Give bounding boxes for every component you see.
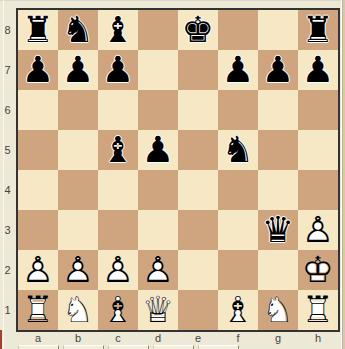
square-b7[interactable]: ♟ <box>58 50 98 90</box>
rank-label-3: 3 <box>0 210 15 250</box>
piece-black-king[interactable]: ♚ <box>182 12 214 48</box>
square-a8[interactable]: ♜ <box>18 10 58 50</box>
cutoff-button-top <box>108 345 149 349</box>
piece-white-pawn[interactable]: ♟♙ <box>298 210 338 250</box>
square-b3[interactable] <box>58 210 98 250</box>
square-c7[interactable]: ♟ <box>98 50 138 90</box>
square-e7[interactable] <box>178 50 218 90</box>
rank-label-4: 4 <box>0 170 15 210</box>
piece-white-pawn-outline-icon: ♙ <box>298 210 338 250</box>
square-b1[interactable]: ♞♘ <box>58 290 98 330</box>
left-edge-red-sliver <box>0 330 2 349</box>
rank-label-5: 5 <box>0 130 15 170</box>
piece-white-pawn[interactable]: ♟♙ <box>18 250 58 290</box>
square-f7[interactable]: ♟ <box>218 50 258 90</box>
square-h5[interactable] <box>298 130 338 170</box>
piece-black-bishop[interactable]: ♝ <box>102 132 134 168</box>
square-g4[interactable] <box>258 170 298 210</box>
square-f8[interactable] <box>218 10 258 50</box>
square-g3[interactable]: ♛ <box>258 210 298 250</box>
piece-black-pawn[interactable]: ♟ <box>102 52 134 88</box>
piece-white-pawn[interactable]: ♟♙ <box>58 250 98 290</box>
file-label-d: d <box>138 332 178 345</box>
rank-label-2: 2 <box>0 250 15 290</box>
square-e4[interactable] <box>178 170 218 210</box>
file-label-a: a <box>18 332 58 345</box>
square-a6[interactable] <box>18 90 58 130</box>
square-e2[interactable] <box>178 250 218 290</box>
square-d7[interactable] <box>138 50 178 90</box>
square-h7[interactable]: ♟ <box>298 50 338 90</box>
square-g5[interactable] <box>258 130 298 170</box>
square-g2[interactable] <box>258 250 298 290</box>
square-d5[interactable]: ♟ <box>138 130 178 170</box>
piece-black-bishop[interactable]: ♝ <box>102 12 134 48</box>
piece-black-queen[interactable]: ♛ <box>262 212 294 248</box>
rank-label-1: 1 <box>0 290 15 330</box>
square-a4[interactable] <box>18 170 58 210</box>
piece-white-knight[interactable]: ♞♘ <box>58 290 98 330</box>
square-b5[interactable] <box>58 130 98 170</box>
piece-white-pawn-outline-icon: ♙ <box>138 250 178 290</box>
piece-black-pawn[interactable]: ♟ <box>22 52 54 88</box>
square-c1[interactable]: ♝♗ <box>98 290 138 330</box>
piece-black-pawn[interactable]: ♟ <box>62 52 94 88</box>
piece-white-pawn[interactable]: ♟♙ <box>138 250 178 290</box>
square-e5[interactable] <box>178 130 218 170</box>
piece-white-queen[interactable]: ♛♕ <box>138 290 178 330</box>
piece-white-bishop-outline-icon: ♗ <box>218 290 258 330</box>
square-c5[interactable]: ♝ <box>98 130 138 170</box>
piece-black-pawn[interactable]: ♟ <box>262 52 294 88</box>
piece-black-rook[interactable]: ♜ <box>302 12 334 48</box>
rank-label-6: 6 <box>0 90 15 130</box>
square-c8[interactable]: ♝ <box>98 10 138 50</box>
piece-white-rook-outline-icon: ♖ <box>298 290 338 330</box>
square-c6[interactable] <box>98 90 138 130</box>
square-a2[interactable]: ♟♙ <box>18 250 58 290</box>
square-h3[interactable]: ♟♙ <box>298 210 338 250</box>
cutoff-button-top <box>63 345 104 349</box>
square-b2[interactable]: ♟♙ <box>58 250 98 290</box>
bottom-button-strip <box>18 345 338 349</box>
square-f2[interactable] <box>218 250 258 290</box>
square-c3[interactable] <box>98 210 138 250</box>
square-f6[interactable] <box>218 90 258 130</box>
file-labels: abcdefgh <box>18 332 338 345</box>
piece-black-knight[interactable]: ♞ <box>222 132 254 168</box>
piece-white-rook[interactable]: ♜♖ <box>298 290 338 330</box>
square-h4[interactable] <box>298 170 338 210</box>
board: ♜♞♝♚♜♟♟♟♟♟♟♝♟♞♛♟♙♟♙♟♙♟♙♟♙♚♔♜♖♞♘♝♗♛♕♝♗♞♘♜… <box>16 8 340 332</box>
piece-white-rook-outline-icon: ♖ <box>18 290 58 330</box>
square-a1[interactable]: ♜♖ <box>18 290 58 330</box>
square-h8[interactable]: ♜ <box>298 10 338 50</box>
cutoff-button-top <box>18 345 59 349</box>
cutoff-button-top <box>153 345 194 349</box>
square-d8[interactable] <box>138 10 178 50</box>
piece-white-knight-outline-icon: ♘ <box>258 290 298 330</box>
piece-white-bishop[interactable]: ♝♗ <box>218 290 258 330</box>
square-f3[interactable] <box>218 210 258 250</box>
square-d4[interactable] <box>138 170 178 210</box>
square-b6[interactable] <box>58 90 98 130</box>
chess-app-window: 87654321 ♜♞♝♚♜♟♟♟♟♟♟♝♟♞♛♟♙♟♙♟♙♟♙♟♙♚♔♜♖♞♘… <box>0 0 345 349</box>
square-e6[interactable] <box>178 90 218 130</box>
piece-white-pawn-outline-icon: ♙ <box>98 250 138 290</box>
piece-white-queen-outline-icon: ♕ <box>138 290 178 330</box>
file-label-b: b <box>58 332 98 345</box>
square-d1[interactable]: ♛♕ <box>138 290 178 330</box>
square-h2[interactable]: ♚♔ <box>298 250 338 290</box>
square-c2[interactable]: ♟♙ <box>98 250 138 290</box>
square-g7[interactable]: ♟ <box>258 50 298 90</box>
piece-black-pawn[interactable]: ♟ <box>142 132 174 168</box>
square-e1[interactable] <box>178 290 218 330</box>
piece-white-king[interactable]: ♚♔ <box>298 250 338 290</box>
piece-white-rook[interactable]: ♜♖ <box>18 290 58 330</box>
piece-white-bishop[interactable]: ♝♗ <box>98 290 138 330</box>
square-b4[interactable] <box>58 170 98 210</box>
square-g8[interactable] <box>258 10 298 50</box>
piece-white-bishop-outline-icon: ♗ <box>98 290 138 330</box>
top-edge-line <box>0 0 345 1</box>
file-label-f: f <box>218 332 258 345</box>
square-g1[interactable]: ♞♘ <box>258 290 298 330</box>
piece-black-knight[interactable]: ♞ <box>62 12 94 48</box>
square-c4[interactable] <box>98 170 138 210</box>
cutoff-button-top <box>198 345 239 349</box>
file-label-g: g <box>258 332 298 345</box>
piece-white-king-outline-icon: ♔ <box>298 250 338 290</box>
rank-label-8: 8 <box>0 10 15 50</box>
square-h6[interactable] <box>298 90 338 130</box>
piece-black-pawn[interactable]: ♟ <box>302 52 334 88</box>
square-f4[interactable] <box>218 170 258 210</box>
square-d6[interactable] <box>138 90 178 130</box>
piece-white-knight-outline-icon: ♘ <box>58 290 98 330</box>
square-e8[interactable]: ♚ <box>178 10 218 50</box>
piece-white-knight[interactable]: ♞♘ <box>258 290 298 330</box>
square-a7[interactable]: ♟ <box>18 50 58 90</box>
square-g6[interactable] <box>258 90 298 130</box>
square-f5[interactable]: ♞ <box>218 130 258 170</box>
square-b8[interactable]: ♞ <box>58 10 98 50</box>
file-label-e: e <box>178 332 218 345</box>
piece-black-rook[interactable]: ♜ <box>22 12 54 48</box>
square-f1[interactable]: ♝♗ <box>218 290 258 330</box>
square-h1[interactable]: ♜♖ <box>298 290 338 330</box>
piece-black-pawn[interactable]: ♟ <box>222 52 254 88</box>
piece-white-pawn[interactable]: ♟♙ <box>98 250 138 290</box>
piece-white-pawn-outline-icon: ♙ <box>18 250 58 290</box>
piece-white-pawn-outline-icon: ♙ <box>58 250 98 290</box>
rank-label-7: 7 <box>0 50 15 90</box>
square-a5[interactable] <box>18 130 58 170</box>
file-label-c: c <box>98 332 138 345</box>
file-label-h: h <box>298 332 338 345</box>
square-a3[interactable] <box>18 210 58 250</box>
rank-labels: 87654321 <box>0 10 15 330</box>
square-d2[interactable]: ♟♙ <box>138 250 178 290</box>
square-e3[interactable] <box>178 210 218 250</box>
square-d3[interactable] <box>138 210 178 250</box>
